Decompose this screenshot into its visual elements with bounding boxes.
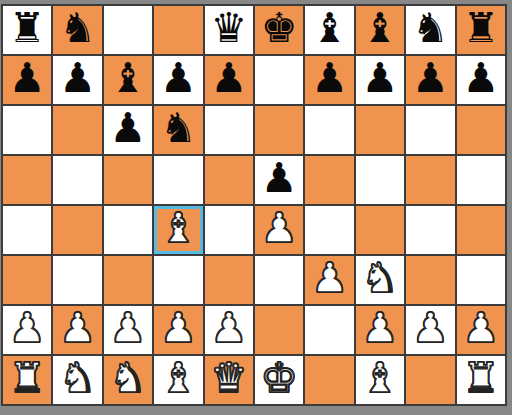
square-e4[interactable]: [205, 206, 253, 254]
black-pawn-piece[interactable]: ♟: [210, 58, 247, 102]
black-bishop-piece[interactable]: ♝: [362, 8, 399, 52]
square-i4[interactable]: [406, 206, 454, 254]
square-a4[interactable]: [3, 206, 51, 254]
white-pawn-piece[interactable]: ♟: [9, 308, 46, 352]
black-bishop-piece[interactable]: ♝: [311, 8, 348, 52]
square-i7[interactable]: ♟: [406, 56, 454, 104]
square-b7[interactable]: ♟: [53, 56, 101, 104]
black-pawn-piece[interactable]: ♟: [110, 108, 147, 152]
square-e6[interactable]: [205, 106, 253, 154]
square-g3[interactable]: ♟: [305, 256, 353, 304]
black-king-piece[interactable]: ♚: [261, 8, 298, 52]
white-knight-piece[interactable]: ♞: [362, 258, 399, 302]
square-d7[interactable]: ♟: [154, 56, 202, 104]
square-b6[interactable]: [53, 106, 101, 154]
white-bishop-piece[interactable]: ♝: [160, 208, 197, 252]
white-knight-piece[interactable]: ♞: [110, 358, 147, 402]
square-i8[interactable]: ♞: [406, 6, 454, 54]
square-f7[interactable]: [255, 56, 303, 104]
square-g4[interactable]: [305, 206, 353, 254]
square-j3[interactable]: [457, 256, 505, 304]
white-pawn-piece[interactable]: ♟: [462, 308, 499, 352]
square-c3[interactable]: [104, 256, 152, 304]
square-h2[interactable]: ♟: [356, 306, 404, 354]
black-knight-piece[interactable]: ♞: [412, 8, 449, 52]
white-knight-piece[interactable]: ♞: [59, 358, 96, 402]
square-f2[interactable]: [255, 306, 303, 354]
square-e5[interactable]: [205, 156, 253, 204]
square-g8[interactable]: ♝: [305, 6, 353, 54]
white-bishop-piece[interactable]: ♝: [160, 358, 197, 402]
square-e3[interactable]: [205, 256, 253, 304]
square-c8[interactable]: [104, 6, 152, 54]
square-e2[interactable]: ♟: [205, 306, 253, 354]
black-knight-piece[interactable]: ♞: [59, 8, 96, 52]
square-d5[interactable]: [154, 156, 202, 204]
black-pawn-piece[interactable]: ♟: [9, 58, 46, 102]
square-c6[interactable]: ♟: [104, 106, 152, 154]
square-a3[interactable]: [3, 256, 51, 304]
square-i5[interactable]: [406, 156, 454, 204]
white-pawn-piece[interactable]: ♟: [59, 308, 96, 352]
square-f3[interactable]: [255, 256, 303, 304]
square-c1[interactable]: ♞: [104, 356, 152, 404]
square-d1[interactable]: ♝: [154, 356, 202, 404]
square-g5[interactable]: [305, 156, 353, 204]
square-g1[interactable]: [305, 356, 353, 404]
square-i3[interactable]: [406, 256, 454, 304]
white-rook-piece[interactable]: ♜: [9, 358, 46, 402]
square-f8[interactable]: ♚: [255, 6, 303, 54]
square-h3[interactable]: ♞: [356, 256, 404, 304]
black-pawn-piece[interactable]: ♟: [59, 58, 96, 102]
black-queen-piece[interactable]: ♛: [210, 8, 247, 52]
square-c4[interactable]: [104, 206, 152, 254]
black-rook-piece[interactable]: ♜: [9, 8, 46, 52]
square-b3[interactable]: [53, 256, 101, 304]
square-a6[interactable]: [3, 106, 51, 154]
white-rook-piece[interactable]: ♜: [462, 358, 499, 402]
square-b2[interactable]: ♟: [53, 306, 101, 354]
square-j8[interactable]: ♜: [457, 6, 505, 54]
square-b1[interactable]: ♞: [53, 356, 101, 404]
square-h4[interactable]: [356, 206, 404, 254]
square-h6[interactable]: [356, 106, 404, 154]
white-pawn-piece[interactable]: ♟: [362, 308, 399, 352]
square-c2[interactable]: ♟: [104, 306, 152, 354]
black-rook-piece[interactable]: ♜: [462, 8, 499, 52]
square-j1[interactable]: ♜: [457, 356, 505, 404]
square-e8[interactable]: ♛: [205, 6, 253, 54]
square-g6[interactable]: [305, 106, 353, 154]
square-b5[interactable]: [53, 156, 101, 204]
square-b4[interactable]: [53, 206, 101, 254]
black-pawn-piece[interactable]: ♟: [311, 58, 348, 102]
white-pawn-piece[interactable]: ♟: [261, 208, 298, 252]
square-a2[interactable]: ♟: [3, 306, 51, 354]
square-h5[interactable]: [356, 156, 404, 204]
square-d4[interactable]: ♝: [154, 206, 202, 254]
white-pawn-piece[interactable]: ♟: [311, 258, 348, 302]
white-pawn-piece[interactable]: ♟: [110, 308, 147, 352]
square-f5[interactable]: ♟: [255, 156, 303, 204]
square-f4[interactable]: ♟: [255, 206, 303, 254]
square-a1[interactable]: ♜: [3, 356, 51, 404]
white-bishop-piece[interactable]: ♝: [362, 358, 399, 402]
square-j6[interactable]: [457, 106, 505, 154]
game-window: { "game": "chess variant (10x8 board, fi…: [0, 0, 512, 415]
square-e1[interactable]: ♛: [205, 356, 253, 404]
black-pawn-piece[interactable]: ♟: [160, 58, 197, 102]
white-pawn-piece[interactable]: ♟: [412, 308, 449, 352]
square-c7[interactable]: ♝: [104, 56, 152, 104]
square-i1[interactable]: [406, 356, 454, 404]
square-i2[interactable]: ♟: [406, 306, 454, 354]
square-f1[interactable]: ♚: [255, 356, 303, 404]
square-c5[interactable]: [104, 156, 152, 204]
square-d6[interactable]: ♞: [154, 106, 202, 154]
black-pawn-piece[interactable]: ♟: [412, 58, 449, 102]
white-king-piece[interactable]: ♚: [261, 358, 298, 402]
square-b8[interactable]: ♞: [53, 6, 101, 54]
white-pawn-piece[interactable]: ♟: [210, 308, 247, 352]
square-g2[interactable]: [305, 306, 353, 354]
black-pawn-piece[interactable]: ♟: [261, 158, 298, 202]
black-pawn-piece[interactable]: ♟: [462, 58, 499, 102]
square-i6[interactable]: [406, 106, 454, 154]
square-g7[interactable]: ♟: [305, 56, 353, 104]
chess-board: ♜♞♛♚♝♝♞♜♟♟♝♟♟♟♟♟♟♟♞♟♝♟♟♞♟♟♟♟♟♟♟♟♜♞♞♝♛♚♝♜: [1, 4, 507, 406]
black-pawn-piece[interactable]: ♟: [362, 58, 399, 102]
square-j2[interactable]: ♟: [457, 306, 505, 354]
square-d3[interactable]: [154, 256, 202, 304]
square-a8[interactable]: ♜: [3, 6, 51, 54]
square-h7[interactable]: ♟: [356, 56, 404, 104]
black-knight-piece[interactable]: ♞: [160, 108, 197, 152]
square-d8[interactable]: [154, 6, 202, 54]
square-h8[interactable]: ♝: [356, 6, 404, 54]
square-j5[interactable]: [457, 156, 505, 204]
square-e7[interactable]: ♟: [205, 56, 253, 104]
square-d2[interactable]: ♟: [154, 306, 202, 354]
square-a5[interactable]: [3, 156, 51, 204]
white-pawn-piece[interactable]: ♟: [160, 308, 197, 352]
square-f6[interactable]: [255, 106, 303, 154]
black-bishop-piece[interactable]: ♝: [110, 58, 147, 102]
square-j7[interactable]: ♟: [457, 56, 505, 104]
square-a7[interactable]: ♟: [3, 56, 51, 104]
white-queen-piece[interactable]: ♛: [210, 358, 247, 402]
square-j4[interactable]: [457, 206, 505, 254]
square-h1[interactable]: ♝: [356, 356, 404, 404]
